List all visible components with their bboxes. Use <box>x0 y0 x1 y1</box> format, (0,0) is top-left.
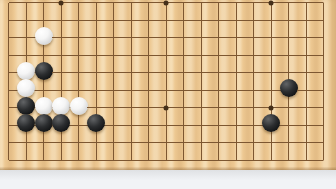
board-point[interactable] <box>245 46 263 64</box>
board-point[interactable] <box>262 0 280 11</box>
board-point[interactable] <box>52 134 70 152</box>
board-point[interactable] <box>192 134 210 152</box>
board-point[interactable] <box>175 11 193 29</box>
board-point[interactable] <box>297 134 315 152</box>
board-point[interactable] <box>210 116 228 134</box>
stone-glyph: ○ <box>70 97 88 115</box>
board-point[interactable] <box>210 81 228 99</box>
board-point[interactable] <box>157 11 175 29</box>
board-point[interactable] <box>227 29 245 47</box>
stone-glyph: ● <box>280 79 298 97</box>
stone-glyph: ○ <box>52 97 70 115</box>
board-point[interactable] <box>105 116 123 134</box>
black-stone: ● <box>87 114 105 132</box>
board-point[interactable] <box>87 81 105 99</box>
board-point[interactable] <box>175 46 193 64</box>
board-point[interactable] <box>315 46 333 64</box>
board-point[interactable] <box>245 116 263 134</box>
board-point[interactable] <box>262 29 280 47</box>
board-point[interactable] <box>210 11 228 29</box>
board-point[interactable] <box>140 46 158 64</box>
board-point[interactable] <box>315 11 333 29</box>
stone-glyph: ● <box>87 114 105 132</box>
board-point[interactable] <box>192 46 210 64</box>
white-stone: ○ <box>35 27 53 45</box>
board-point[interactable] <box>157 116 175 134</box>
screenshot: ○○●○●●○○○●●●●● <box>0 0 336 189</box>
board-point[interactable] <box>140 81 158 99</box>
board-point[interactable] <box>297 46 315 64</box>
board-point[interactable] <box>140 0 158 11</box>
board-point[interactable] <box>297 64 315 82</box>
board-point[interactable] <box>227 81 245 99</box>
black-stone: ● <box>35 62 53 80</box>
board-point[interactable] <box>175 134 193 152</box>
board-point[interactable] <box>157 46 175 64</box>
board-point[interactable] <box>280 11 298 29</box>
black-stone: ● <box>17 114 35 132</box>
go-board[interactable]: ○○●○●●○○○●●●●● <box>0 0 336 170</box>
board-point[interactable] <box>192 0 210 11</box>
board-point[interactable] <box>17 134 35 152</box>
board-point[interactable] <box>227 99 245 117</box>
star-point <box>164 0 169 5</box>
board-point[interactable] <box>262 81 280 99</box>
board-point[interactable] <box>70 0 88 11</box>
board-point[interactable] <box>52 0 70 11</box>
board-point[interactable] <box>70 116 88 134</box>
board-point[interactable] <box>192 64 210 82</box>
board-point[interactable] <box>140 134 158 152</box>
board-point[interactable] <box>262 46 280 64</box>
star-point <box>164 105 169 110</box>
board-point[interactable] <box>0 46 17 64</box>
black-stone: ● <box>35 114 53 132</box>
board-point[interactable] <box>315 134 333 152</box>
board-point[interactable] <box>70 64 88 82</box>
board-point[interactable] <box>192 29 210 47</box>
board-point[interactable] <box>315 81 333 99</box>
board-point[interactable] <box>122 134 140 152</box>
board-point[interactable]: ● <box>87 116 105 134</box>
board-point[interactable]: ○ <box>70 99 88 117</box>
board-point[interactable] <box>0 134 17 152</box>
board-point[interactable] <box>52 11 70 29</box>
board-point[interactable] <box>297 11 315 29</box>
board-point[interactable] <box>122 116 140 134</box>
board-point[interactable] <box>245 99 263 117</box>
board-point[interactable] <box>210 134 228 152</box>
board-point[interactable] <box>297 99 315 117</box>
stone-glyph: ○ <box>17 79 35 97</box>
board-point[interactable] <box>122 46 140 64</box>
board-point[interactable] <box>192 81 210 99</box>
stone-glyph: ○ <box>35 97 53 115</box>
board-point[interactable] <box>140 116 158 134</box>
board-point[interactable] <box>175 99 193 117</box>
board-point[interactable] <box>157 81 175 99</box>
board-point[interactable] <box>227 116 245 134</box>
white-stone: ○ <box>17 62 35 80</box>
board-point[interactable] <box>315 64 333 82</box>
board-point[interactable] <box>297 0 315 11</box>
board-point[interactable] <box>210 64 228 82</box>
board-point[interactable] <box>315 29 333 47</box>
board-point[interactable] <box>245 64 263 82</box>
board-point[interactable] <box>175 116 193 134</box>
stone-glyph: ○ <box>17 62 35 80</box>
white-stone: ○ <box>52 97 70 115</box>
black-stone: ● <box>280 79 298 97</box>
stone-glyph: ● <box>17 114 35 132</box>
board-point[interactable] <box>122 29 140 47</box>
star-point <box>59 0 64 5</box>
board-point[interactable] <box>175 81 193 99</box>
board-point[interactable] <box>105 134 123 152</box>
board-point[interactable] <box>245 0 263 11</box>
board-point[interactable] <box>0 0 17 11</box>
board-point[interactable] <box>297 116 315 134</box>
board-point[interactable] <box>87 64 105 82</box>
board-point[interactable] <box>17 11 35 29</box>
board-point[interactable] <box>210 0 228 11</box>
board-point[interactable]: ● <box>52 116 70 134</box>
board-point[interactable] <box>70 11 88 29</box>
board-point[interactable] <box>245 29 263 47</box>
board-point[interactable] <box>297 29 315 47</box>
board-point[interactable] <box>17 0 35 11</box>
board-point[interactable]: ● <box>35 64 53 82</box>
board-point[interactable] <box>87 46 105 64</box>
board-point[interactable] <box>122 11 140 29</box>
board-point[interactable] <box>140 99 158 117</box>
page-background <box>0 170 336 189</box>
board-point[interactable] <box>52 46 70 64</box>
board-point[interactable] <box>245 81 263 99</box>
stone-glyph: ● <box>17 97 35 115</box>
board-point[interactable] <box>315 116 333 134</box>
board-point[interactable] <box>227 64 245 82</box>
board-point[interactable] <box>70 134 88 152</box>
board-point[interactable] <box>87 11 105 29</box>
board-point[interactable] <box>0 99 17 117</box>
board-point[interactable] <box>280 0 298 11</box>
board-point[interactable] <box>35 134 53 152</box>
board-point[interactable] <box>105 46 123 64</box>
board-point[interactable] <box>105 64 123 82</box>
board-point[interactable] <box>122 0 140 11</box>
board-point[interactable] <box>227 0 245 11</box>
board-point[interactable] <box>105 81 123 99</box>
board-point[interactable] <box>122 99 140 117</box>
white-stone: ○ <box>35 97 53 115</box>
board-point[interactable] <box>87 134 105 152</box>
board-point[interactable] <box>35 0 53 11</box>
board-point[interactable] <box>140 29 158 47</box>
board-point[interactable]: ● <box>280 81 298 99</box>
board-point[interactable] <box>52 64 70 82</box>
board-point[interactable]: ● <box>17 116 35 134</box>
star-point <box>269 0 274 5</box>
board-point[interactable] <box>105 11 123 29</box>
board-point[interactable] <box>140 11 158 29</box>
board-point[interactable] <box>227 11 245 29</box>
board-point[interactable] <box>0 64 17 82</box>
black-stone: ● <box>52 114 70 132</box>
stone-glyph: ● <box>35 114 53 132</box>
board-point[interactable] <box>297 81 315 99</box>
star-point <box>269 105 274 110</box>
board-point[interactable] <box>157 134 175 152</box>
board-point[interactable] <box>0 29 17 47</box>
board-point[interactable]: ● <box>262 116 280 134</box>
board-point[interactable] <box>175 0 193 11</box>
board-point[interactable] <box>175 64 193 82</box>
board-point[interactable] <box>315 0 333 11</box>
white-stone: ○ <box>70 97 88 115</box>
board-point[interactable] <box>0 81 17 99</box>
board-point[interactable] <box>157 64 175 82</box>
board-point[interactable]: ● <box>35 116 53 134</box>
board-point[interactable] <box>192 11 210 29</box>
board-point[interactable] <box>192 99 210 117</box>
stone-glyph: ● <box>52 114 70 132</box>
board-point[interactable] <box>157 29 175 47</box>
board-point[interactable] <box>227 46 245 64</box>
board-point[interactable] <box>315 99 333 117</box>
board-point[interactable] <box>105 29 123 47</box>
board-point[interactable] <box>87 0 105 11</box>
board-point[interactable] <box>87 29 105 47</box>
board-point[interactable] <box>192 116 210 134</box>
board-point[interactable] <box>157 99 175 117</box>
board-point[interactable] <box>70 46 88 64</box>
stone-glyph: ● <box>262 114 280 132</box>
board-point[interactable]: ○ <box>35 29 53 47</box>
board-point[interactable] <box>70 29 88 47</box>
board-point[interactable] <box>140 64 158 82</box>
board-point[interactable] <box>0 11 17 29</box>
stone-glyph: ○ <box>35 27 53 45</box>
board-point[interactable] <box>262 11 280 29</box>
board-point[interactable] <box>245 134 263 152</box>
board-point[interactable] <box>52 29 70 47</box>
board-point[interactable] <box>280 29 298 47</box>
white-stone: ○ <box>17 79 35 97</box>
board-point[interactable] <box>0 116 17 134</box>
board-point[interactable] <box>122 81 140 99</box>
board-point[interactable] <box>280 134 298 152</box>
board-point[interactable] <box>280 116 298 134</box>
board-point[interactable] <box>210 46 228 64</box>
board-point[interactable] <box>262 64 280 82</box>
board-point[interactable] <box>17 29 35 47</box>
board-point[interactable] <box>210 29 228 47</box>
board-grid: ○○●○●●○○○●●●●● <box>0 0 332 169</box>
stone-glyph: ● <box>35 62 53 80</box>
board-point[interactable] <box>157 0 175 11</box>
board-point[interactable] <box>122 64 140 82</box>
board-point[interactable] <box>227 134 245 152</box>
board-point[interactable] <box>280 46 298 64</box>
board-point[interactable] <box>262 134 280 152</box>
board-point[interactable] <box>175 29 193 47</box>
board-point[interactable] <box>105 0 123 11</box>
board-point[interactable] <box>280 99 298 117</box>
board-point[interactable] <box>245 11 263 29</box>
board-point[interactable] <box>105 99 123 117</box>
board-point[interactable] <box>210 99 228 117</box>
black-stone: ● <box>262 114 280 132</box>
black-stone: ● <box>17 97 35 115</box>
